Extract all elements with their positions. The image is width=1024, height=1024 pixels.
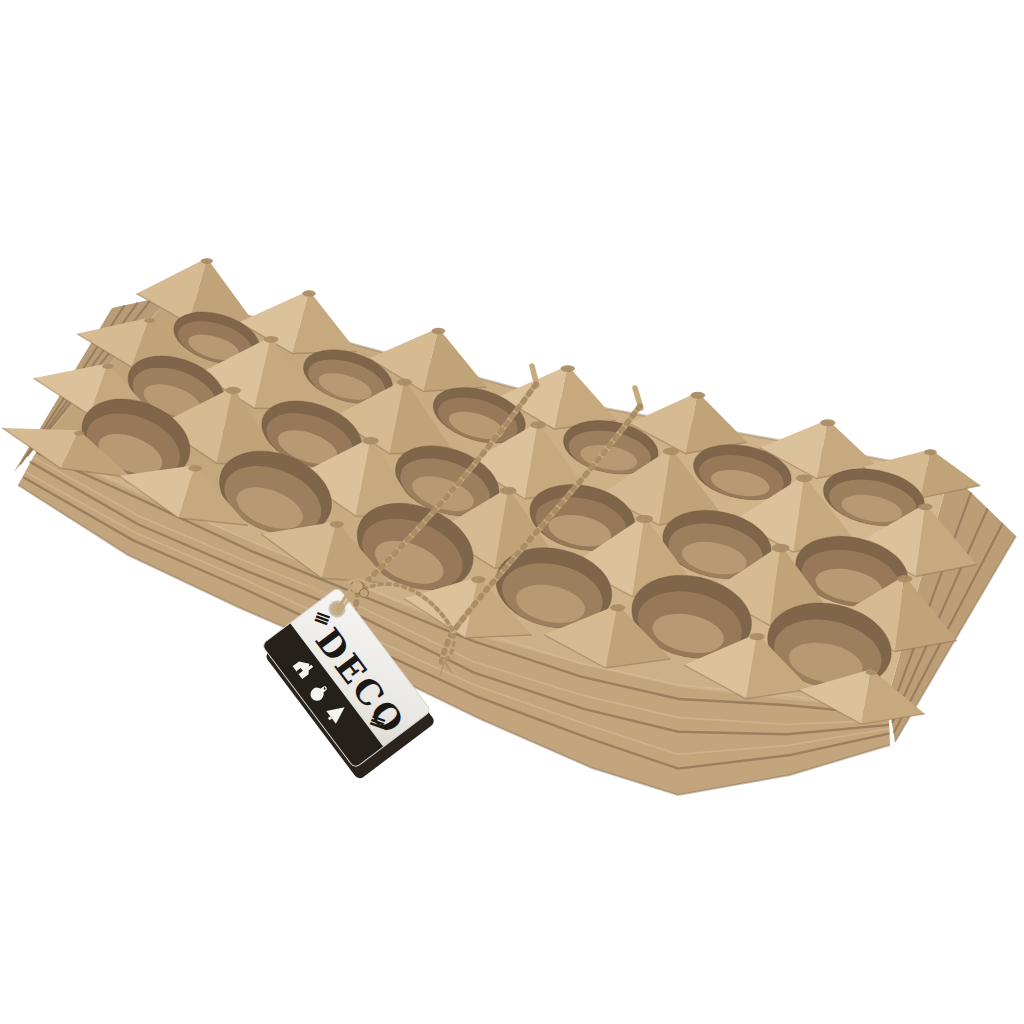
egg-tray-stack bbox=[2, 258, 1016, 795]
peak-top-dent bbox=[820, 419, 835, 426]
peak-top-dent bbox=[144, 318, 155, 323]
peak-top-dent bbox=[865, 670, 877, 676]
peak-top-dent bbox=[796, 474, 813, 482]
peak-top-dent bbox=[363, 437, 379, 445]
peak-top-dent bbox=[924, 449, 937, 455]
peak-top-dent bbox=[561, 365, 575, 372]
peak-top-dent bbox=[74, 431, 84, 436]
peak-top-dent bbox=[610, 604, 625, 611]
peak-top-dent bbox=[772, 544, 790, 552]
peak-top-dent bbox=[690, 392, 705, 399]
peak-top-dent bbox=[500, 487, 517, 495]
peak-top-dent bbox=[749, 633, 764, 640]
twine-knot-loop bbox=[360, 589, 369, 598]
peak-top-dent bbox=[397, 379, 412, 386]
peak-top-dent bbox=[432, 328, 446, 335]
peak-top-dent bbox=[897, 575, 913, 582]
egg-carton-photo: DECO ≡ ≡ bbox=[0, 0, 1024, 1024]
peak-top-dent bbox=[471, 576, 485, 583]
peak-top-dent bbox=[264, 336, 278, 343]
product-photo-stage: DECO ≡ ≡ bbox=[0, 0, 1024, 1024]
peak-top-dent bbox=[636, 515, 653, 523]
peak-top-dent bbox=[663, 448, 679, 456]
peak-top-dent bbox=[530, 421, 546, 428]
peak-top-dent bbox=[302, 290, 315, 296]
peak-top-dent bbox=[188, 465, 201, 471]
peak-top-dent bbox=[330, 521, 344, 528]
peak-top-dent bbox=[918, 503, 933, 510]
peak-top-dent bbox=[201, 258, 213, 264]
peak-top-dent bbox=[102, 363, 114, 369]
peak-top-dent bbox=[225, 387, 241, 394]
